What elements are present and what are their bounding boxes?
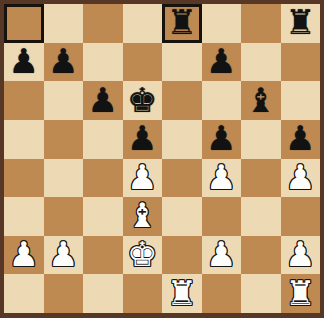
square-g8[interactable]	[241, 4, 281, 43]
square-d5[interactable]: ♟	[123, 120, 163, 159]
white-bishop-icon[interactable]: ♝	[127, 198, 157, 232]
square-b4[interactable]	[44, 159, 84, 198]
square-a2[interactable]: ♟	[4, 236, 44, 275]
square-f5[interactable]: ♟	[202, 120, 242, 159]
chess-board-frame: ♜♜♟♟♟♟♚♝♟♟♟♟♟♟♝♟♟♚♟♟♜♜	[0, 0, 324, 318]
square-c4[interactable]	[83, 159, 123, 198]
square-e3[interactable]	[162, 197, 202, 236]
black-rook-icon[interactable]: ♜	[285, 5, 315, 39]
black-pawn-icon[interactable]: ♟	[127, 121, 157, 155]
white-rook-icon[interactable]: ♜	[167, 276, 197, 310]
square-e2[interactable]	[162, 236, 202, 275]
square-a6[interactable]	[4, 81, 44, 120]
square-b6[interactable]	[44, 81, 84, 120]
square-c5[interactable]	[83, 120, 123, 159]
black-rook-icon[interactable]: ♜	[167, 5, 197, 39]
square-a1[interactable]	[4, 274, 44, 313]
white-rook-icon[interactable]: ♜	[285, 276, 315, 310]
square-h6[interactable]	[281, 81, 321, 120]
square-a7[interactable]: ♟	[4, 43, 44, 82]
black-pawn-icon[interactable]: ♟	[206, 121, 236, 155]
black-pawn-icon[interactable]: ♟	[206, 44, 236, 78]
square-e7[interactable]	[162, 43, 202, 82]
square-b7[interactable]: ♟	[44, 43, 84, 82]
square-e6[interactable]	[162, 81, 202, 120]
black-pawn-icon[interactable]: ♟	[9, 44, 39, 78]
square-g5[interactable]	[241, 120, 281, 159]
square-f7[interactable]: ♟	[202, 43, 242, 82]
square-h1[interactable]: ♜	[281, 274, 321, 313]
square-b3[interactable]	[44, 197, 84, 236]
square-d4[interactable]: ♟	[123, 159, 163, 198]
white-pawn-icon[interactable]: ♟	[9, 237, 39, 271]
square-e1[interactable]: ♜	[162, 274, 202, 313]
square-a3[interactable]	[4, 197, 44, 236]
square-d3[interactable]: ♝	[123, 197, 163, 236]
square-f3[interactable]	[202, 197, 242, 236]
square-g2[interactable]	[241, 236, 281, 275]
white-king-icon[interactable]: ♚	[127, 237, 157, 271]
black-pawn-icon[interactable]: ♟	[88, 83, 118, 117]
square-f8[interactable]	[202, 4, 242, 43]
square-c7[interactable]	[83, 43, 123, 82]
square-g6[interactable]: ♝	[241, 81, 281, 120]
square-h4[interactable]: ♟	[281, 159, 321, 198]
square-f4[interactable]: ♟	[202, 159, 242, 198]
square-h7[interactable]	[281, 43, 321, 82]
square-g1[interactable]	[241, 274, 281, 313]
square-h8[interactable]: ♜	[281, 4, 321, 43]
square-d6[interactable]: ♚	[123, 81, 163, 120]
white-pawn-icon[interactable]: ♟	[285, 160, 315, 194]
black-pawn-icon[interactable]: ♟	[48, 44, 78, 78]
square-c1[interactable]	[83, 274, 123, 313]
square-b5[interactable]	[44, 120, 84, 159]
square-d8[interactable]	[123, 4, 163, 43]
square-e8[interactable]: ♜	[162, 4, 202, 43]
white-pawn-icon[interactable]: ♟	[206, 237, 236, 271]
square-d2[interactable]: ♚	[123, 236, 163, 275]
square-f6[interactable]	[202, 81, 242, 120]
square-h5[interactable]: ♟	[281, 120, 321, 159]
square-f1[interactable]	[202, 274, 242, 313]
square-e5[interactable]	[162, 120, 202, 159]
square-b2[interactable]: ♟	[44, 236, 84, 275]
square-c8[interactable]	[83, 4, 123, 43]
white-pawn-icon[interactable]: ♟	[285, 237, 315, 271]
black-bishop-icon[interactable]: ♝	[246, 83, 276, 117]
square-c6[interactable]: ♟	[83, 81, 123, 120]
square-g4[interactable]	[241, 159, 281, 198]
square-g7[interactable]	[241, 43, 281, 82]
square-a5[interactable]	[4, 120, 44, 159]
square-f2[interactable]: ♟	[202, 236, 242, 275]
square-d1[interactable]	[123, 274, 163, 313]
square-h3[interactable]	[281, 197, 321, 236]
black-king-icon[interactable]: ♚	[127, 83, 157, 117]
square-c2[interactable]	[83, 236, 123, 275]
white-pawn-icon[interactable]: ♟	[206, 160, 236, 194]
white-pawn-icon[interactable]: ♟	[127, 160, 157, 194]
white-pawn-icon[interactable]: ♟	[48, 237, 78, 271]
square-g3[interactable]	[241, 197, 281, 236]
square-c3[interactable]	[83, 197, 123, 236]
square-a8[interactable]	[4, 4, 44, 43]
square-a4[interactable]	[4, 159, 44, 198]
square-b1[interactable]	[44, 274, 84, 313]
black-pawn-icon[interactable]: ♟	[285, 121, 315, 155]
square-d7[interactable]	[123, 43, 163, 82]
square-e4[interactable]	[162, 159, 202, 198]
square-h2[interactable]: ♟	[281, 236, 321, 275]
square-b8[interactable]	[44, 4, 84, 43]
chess-board: ♜♜♟♟♟♟♚♝♟♟♟♟♟♟♝♟♟♚♟♟♜♜	[4, 4, 320, 313]
